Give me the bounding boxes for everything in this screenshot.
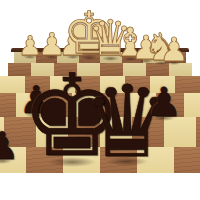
light-pawn-shadow	[66, 55, 80, 59]
light-pawn-shadow	[23, 55, 37, 59]
chess-set-photo: ♟♟♟♚♛♝♟♞♟♟♚♛♟♟	[0, 0, 200, 200]
light-queen-piece: ♛	[91, 21, 129, 59]
light-pawn-piece: ♟	[60, 31, 86, 57]
light-king-shadow	[80, 55, 98, 60]
dark-queen-piece: ♛	[89, 85, 166, 162]
light-bishop-piece: ♝	[115, 28, 146, 59]
dark-pawn-piece: ♟	[149, 88, 180, 119]
pieces-layer: ♟♟♟♚♛♝♟♞♟♟♚♛♟♟	[0, 0, 200, 200]
dark-pawn-shadow	[25, 112, 47, 118]
light-pawn-piece: ♟	[161, 37, 187, 63]
dark-pawn-shadow	[0, 158, 12, 164]
light-queen-shadow	[102, 56, 119, 61]
light-pawn-piece: ♟	[40, 33, 64, 57]
light-bishop-shadow	[123, 57, 138, 61]
light-pawn-shadow	[139, 59, 153, 63]
light-pawn-shadow	[45, 55, 59, 59]
dark-king-shadow	[48, 157, 96, 167]
dark-queen-shadow	[106, 157, 148, 166]
dark-pawn-shadow	[153, 115, 175, 121]
light-king-piece: ♚	[67, 13, 112, 58]
light-pawn-shadow	[167, 61, 181, 65]
light-pawn-piece: ♟	[20, 36, 41, 57]
dark-king-piece: ♚	[28, 75, 116, 163]
